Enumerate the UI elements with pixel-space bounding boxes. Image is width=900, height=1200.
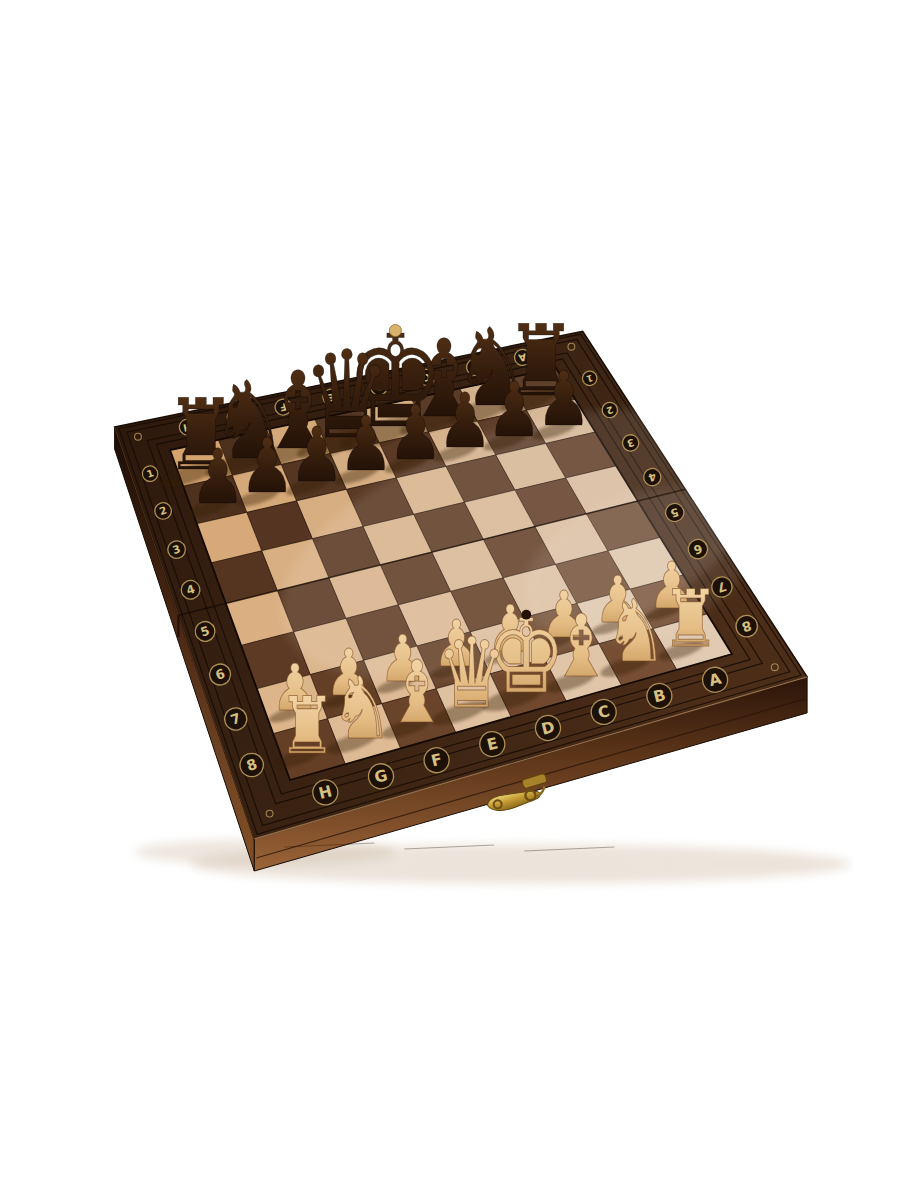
piece-glyph: ♟ [388, 389, 444, 476]
piece-black-pawn-h2: ♟ [185, 433, 246, 521]
piece-glyph: ♟ [240, 422, 296, 509]
piece-glyph: ♞ [330, 658, 393, 759]
photo-background: HGFEDCBAHGFEDCBA1234567812345678♜♞♝♚♛♝♞♜… [0, 0, 900, 1200]
chess-board-photo: HGFEDCBAHGFEDCBA1234567812345678♜♞♝♚♛♝♞♜… [0, 0, 900, 1200]
piece-glyph: ♜ [278, 680, 336, 772]
piece-glyph: ♟ [338, 400, 394, 487]
piece-white-rook-h8: ♜ [273, 680, 336, 772]
piece-glyph: ♟ [289, 411, 345, 498]
piece-glyph: ♟ [190, 433, 246, 520]
king-finial [521, 610, 531, 620]
piece-glyph: ♜ [662, 572, 720, 664]
piece-glyph: ♞ [604, 581, 667, 682]
piece-glyph: ♝ [385, 642, 448, 743]
piece-glyph: ♟ [487, 366, 543, 453]
piece-glyph: ♟ [437, 377, 493, 464]
piece-glyph: ♟ [536, 355, 592, 442]
